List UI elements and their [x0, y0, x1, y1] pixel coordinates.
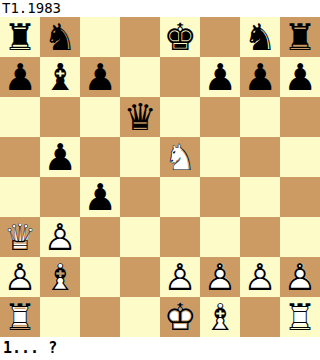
- bishop-outline-glyph: ♗: [40, 257, 80, 297]
- pawn-outline-glyph: ♙: [160, 257, 200, 297]
- square-h3[interactable]: [280, 217, 320, 257]
- square-a3[interactable]: ♛♕: [0, 217, 40, 257]
- piece-black-knight: ♞: [40, 17, 80, 57]
- square-e8[interactable]: ♚: [160, 17, 200, 57]
- square-b5[interactable]: ♟: [40, 137, 80, 177]
- queen-outline-glyph: ♕: [0, 217, 40, 257]
- piece-white-rook: ♜♖: [280, 297, 320, 337]
- square-a1[interactable]: ♜♖: [0, 297, 40, 337]
- square-g2[interactable]: ♟♙: [240, 257, 280, 297]
- square-e6[interactable]: [160, 97, 200, 137]
- square-a8[interactable]: ♜: [0, 17, 40, 57]
- square-f5[interactable]: [200, 137, 240, 177]
- chess-app-window: T1.1983 ♜♞♚♞♜♟♝♟♟♟♟♛♟♞♘♟♛♕♟♙♟♙♝♗♟♙♟♙♟♙♟♙…: [0, 0, 320, 360]
- piece-white-pawn: ♟♙: [0, 257, 40, 297]
- piece-black-king: ♚: [160, 17, 200, 57]
- piece-white-pawn: ♟♙: [160, 257, 200, 297]
- square-e3[interactable]: [160, 217, 200, 257]
- square-b7[interactable]: ♝: [40, 57, 80, 97]
- piece-black-rook: ♜: [280, 17, 320, 57]
- piece-white-queen: ♛♕: [0, 217, 40, 257]
- pawn-outline-glyph: ♙: [40, 217, 80, 257]
- piece-black-queen: ♛: [120, 97, 160, 137]
- piece-black-pawn: ♟: [280, 57, 320, 97]
- rook-fill-glyph: ♜: [0, 17, 40, 57]
- square-h7[interactable]: ♟: [280, 57, 320, 97]
- king-fill-glyph: ♚: [160, 17, 200, 57]
- puzzle-title: T1.1983: [2, 0, 61, 17]
- square-f1[interactable]: ♝♗: [200, 297, 240, 337]
- square-f8[interactable]: [200, 17, 240, 57]
- square-h1[interactable]: ♜♖: [280, 297, 320, 337]
- piece-white-pawn: ♟♙: [40, 217, 80, 257]
- rook-outline-glyph: ♖: [280, 297, 320, 337]
- square-b1[interactable]: [40, 297, 80, 337]
- pawn-outline-glyph: ♙: [240, 257, 280, 297]
- square-h5[interactable]: [280, 137, 320, 177]
- square-g5[interactable]: [240, 137, 280, 177]
- pawn-outline-glyph: ♙: [0, 257, 40, 297]
- piece-black-pawn: ♟: [200, 57, 240, 97]
- square-f4[interactable]: [200, 177, 240, 217]
- pawn-fill-glyph: ♟: [200, 57, 240, 97]
- bishop-outline-glyph: ♗: [200, 297, 240, 337]
- square-d8[interactable]: [120, 17, 160, 57]
- knight-outline-glyph: ♘: [160, 137, 200, 177]
- square-g1[interactable]: [240, 297, 280, 337]
- piece-black-pawn: ♟: [80, 57, 120, 97]
- square-d3[interactable]: [120, 217, 160, 257]
- pawn-fill-glyph: ♟: [80, 177, 120, 217]
- square-d6[interactable]: ♛: [120, 97, 160, 137]
- square-g8[interactable]: ♞: [240, 17, 280, 57]
- piece-black-pawn: ♟: [0, 57, 40, 97]
- square-f3[interactable]: [200, 217, 240, 257]
- square-c4[interactable]: ♟: [80, 177, 120, 217]
- square-g7[interactable]: ♟: [240, 57, 280, 97]
- move-prompt: 1... ?: [3, 337, 57, 360]
- king-outline-glyph: ♔: [160, 297, 200, 337]
- square-a4[interactable]: [0, 177, 40, 217]
- pawn-fill-glyph: ♟: [240, 57, 280, 97]
- piece-black-rook: ♜: [0, 17, 40, 57]
- piece-black-pawn: ♟: [40, 137, 80, 177]
- square-b2[interactable]: ♝♗: [40, 257, 80, 297]
- queen-fill-glyph: ♛: [120, 97, 160, 137]
- square-h8[interactable]: ♜: [280, 17, 320, 57]
- square-e5[interactable]: ♞♘: [160, 137, 200, 177]
- square-c2[interactable]: [80, 257, 120, 297]
- square-h4[interactable]: [280, 177, 320, 217]
- square-f2[interactable]: ♟♙: [200, 257, 240, 297]
- piece-white-bishop: ♝♗: [200, 297, 240, 337]
- pawn-fill-glyph: ♟: [40, 137, 80, 177]
- rook-fill-glyph: ♜: [280, 17, 320, 57]
- square-c1[interactable]: [80, 297, 120, 337]
- square-g4[interactable]: [240, 177, 280, 217]
- square-a5[interactable]: [0, 137, 40, 177]
- piece-black-bishop: ♝: [40, 57, 80, 97]
- piece-white-pawn: ♟♙: [280, 257, 320, 297]
- square-f7[interactable]: ♟: [200, 57, 240, 97]
- piece-black-knight: ♞: [240, 17, 280, 57]
- piece-black-pawn: ♟: [80, 177, 120, 217]
- square-a2[interactable]: ♟♙: [0, 257, 40, 297]
- square-d5[interactable]: [120, 137, 160, 177]
- square-e1[interactable]: ♚♔: [160, 297, 200, 337]
- piece-white-pawn: ♟♙: [240, 257, 280, 297]
- square-b8[interactable]: ♞: [40, 17, 80, 57]
- square-b3[interactable]: ♟♙: [40, 217, 80, 257]
- square-e2[interactable]: ♟♙: [160, 257, 200, 297]
- pawn-outline-glyph: ♙: [200, 257, 240, 297]
- square-b6[interactable]: [40, 97, 80, 137]
- square-b4[interactable]: [40, 177, 80, 217]
- square-h2[interactable]: ♟♙: [280, 257, 320, 297]
- square-e4[interactable]: [160, 177, 200, 217]
- knight-fill-glyph: ♞: [40, 17, 80, 57]
- square-e7[interactable]: [160, 57, 200, 97]
- square-d4[interactable]: [120, 177, 160, 217]
- square-c3[interactable]: [80, 217, 120, 257]
- square-g6[interactable]: [240, 97, 280, 137]
- square-c8[interactable]: [80, 17, 120, 57]
- square-c5[interactable]: [80, 137, 120, 177]
- square-a7[interactable]: ♟: [0, 57, 40, 97]
- chess-board: ♜♞♚♞♜♟♝♟♟♟♟♛♟♞♘♟♛♕♟♙♟♙♝♗♟♙♟♙♟♙♟♙♜♖♚♔♝♗♜♖: [0, 17, 320, 337]
- square-c6[interactable]: [80, 97, 120, 137]
- piece-white-pawn: ♟♙: [200, 257, 240, 297]
- rook-outline-glyph: ♖: [0, 297, 40, 337]
- piece-black-pawn: ♟: [240, 57, 280, 97]
- pawn-fill-glyph: ♟: [280, 57, 320, 97]
- knight-fill-glyph: ♞: [240, 17, 280, 57]
- piece-white-rook: ♜♖: [0, 297, 40, 337]
- piece-white-king: ♚♔: [160, 297, 200, 337]
- square-d7[interactable]: [120, 57, 160, 97]
- pawn-outline-glyph: ♙: [280, 257, 320, 297]
- piece-white-bishop: ♝♗: [40, 257, 80, 297]
- pawn-fill-glyph: ♟: [80, 57, 120, 97]
- pawn-fill-glyph: ♟: [0, 57, 40, 97]
- square-g3[interactable]: [240, 217, 280, 257]
- bishop-fill-glyph: ♝: [40, 57, 80, 97]
- piece-white-knight: ♞♘: [160, 137, 200, 177]
- square-h6[interactable]: [280, 97, 320, 137]
- square-d2[interactable]: [120, 257, 160, 297]
- square-c7[interactable]: ♟: [80, 57, 120, 97]
- square-f6[interactable]: [200, 97, 240, 137]
- square-a6[interactable]: [0, 97, 40, 137]
- square-d1[interactable]: [120, 297, 160, 337]
